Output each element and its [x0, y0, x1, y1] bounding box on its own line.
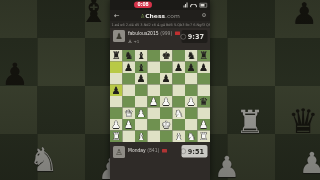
- white-bishop-f1[interactable]: ♝: [173, 131, 186, 143]
- wifi-icon: [190, 4, 197, 8]
- white-knight-f3[interactable]: ♞: [173, 108, 186, 120]
- battery-icon: [200, 3, 208, 8]
- black-bishop-c8[interactable]: ♝: [135, 50, 148, 62]
- square-h6[interactable]: [198, 73, 211, 85]
- square-c5[interactable]: [135, 85, 148, 97]
- player-bottom-flag-icon: [162, 149, 167, 153]
- settings-icon[interactable]: ⚙: [202, 10, 207, 21]
- white-rook-a1[interactable]: ♜: [110, 131, 123, 143]
- player-bottom-row: ♙ Monday (841) 9:51: [110, 144, 210, 159]
- black-pawn-f7[interactable]: ♟: [173, 62, 186, 74]
- square-d3[interactable]: [148, 108, 161, 120]
- square-c1[interactable]: ♝: [135, 131, 148, 143]
- logo-text-suffix: .com: [165, 12, 180, 19]
- square-b1[interactable]: [123, 131, 136, 143]
- square-e8[interactable]: ♚: [160, 50, 173, 62]
- status-icons: [184, 3, 208, 8]
- square-h4[interactable]: ♛: [198, 96, 211, 108]
- square-h7[interactable]: ♟: [198, 62, 211, 74]
- black-king-e8[interactable]: ♚: [160, 50, 173, 62]
- square-e7[interactable]: [160, 62, 173, 74]
- square-f8[interactable]: [173, 50, 186, 62]
- black-queen-h4[interactable]: ♛: [198, 96, 211, 108]
- clock-icon: [180, 34, 186, 40]
- square-g1[interactable]: ♞: [185, 131, 198, 143]
- square-g7[interactable]: ♟: [185, 62, 198, 74]
- square-g2[interactable]: [185, 119, 198, 131]
- square-a6[interactable]: [110, 73, 123, 85]
- square-d4[interactable]: ♟: [148, 96, 161, 108]
- square-d1[interactable]: [148, 131, 161, 143]
- player-bottom-avatar[interactable]: ♙: [113, 146, 125, 158]
- square-e4[interactable]: ♟: [160, 96, 173, 108]
- nav-bar: ← ♙Chess.com ⚙: [110, 10, 210, 21]
- square-h1[interactable]: ♜: [198, 131, 211, 143]
- square-a5[interactable]: ♟: [110, 85, 123, 97]
- square-h5[interactable]: [198, 85, 211, 97]
- move-list[interactable]: 1.e4 e6 2.d4 d5 3.Nd2 c6 4.g4 Bd6 5.Qb3 …: [110, 21, 210, 28]
- square-f1[interactable]: ♝: [173, 131, 186, 143]
- square-a3[interactable]: [110, 108, 123, 120]
- square-c3[interactable]: ♟: [135, 108, 148, 120]
- black-rook-a8[interactable]: ♜: [110, 50, 123, 62]
- black-pawn-e6[interactable]: ♟: [160, 73, 173, 85]
- white-pawn-b2[interactable]: ♟: [123, 119, 136, 131]
- square-g4[interactable]: ♟: [185, 96, 198, 108]
- square-c4[interactable]: [135, 96, 148, 108]
- logo-text: Chess: [145, 12, 165, 19]
- player-top-name[interactable]: fabulous2015 (999): [128, 31, 180, 36]
- square-d2[interactable]: [148, 119, 161, 131]
- square-c7[interactable]: ♝: [135, 62, 148, 74]
- square-b7[interactable]: ♟: [123, 62, 136, 74]
- player-top-captured-pieces: ♙ +1: [128, 39, 139, 44]
- player-bottom-clock: 9:51: [182, 145, 208, 158]
- square-d7[interactable]: [148, 62, 161, 74]
- square-a2[interactable]: ♟: [110, 119, 123, 131]
- square-b6[interactable]: [123, 73, 136, 85]
- player-top-flag-icon: [175, 32, 180, 36]
- white-pawn-c3[interactable]: ♟: [135, 108, 148, 120]
- white-pawn-d4[interactable]: ♟: [148, 96, 161, 108]
- player-top-rating: (999): [160, 31, 172, 36]
- player-top-row: ♟ fabulous2015 (999) ♙ +1 9:37: [110, 28, 210, 49]
- square-a1[interactable]: ♜: [110, 131, 123, 143]
- square-d5[interactable]: [148, 85, 161, 97]
- stage: ♟♝♞♟♟♜♛♟♟ 0:08 ← ♙Chess.com ⚙ 1.e4 e6 2.…: [0, 0, 320, 180]
- white-pawn-h2[interactable]: ♟: [198, 119, 211, 131]
- player-bottom-name[interactable]: Monday (841): [128, 148, 167, 153]
- square-b5[interactable]: [123, 85, 136, 97]
- square-a8[interactable]: ♜: [110, 50, 123, 62]
- player-top-avatar[interactable]: ♟: [113, 30, 125, 42]
- square-d6[interactable]: [148, 73, 161, 85]
- clock-icon: [180, 149, 186, 155]
- black-pawn-b7[interactable]: ♟: [123, 62, 136, 74]
- square-f7[interactable]: ♟: [173, 62, 186, 74]
- square-f4[interactable]: [173, 96, 186, 108]
- white-pawn-g4[interactable]: ♟: [185, 96, 198, 108]
- square-a4[interactable]: [110, 96, 123, 108]
- square-h8[interactable]: ♜: [198, 50, 211, 62]
- square-f2[interactable]: [173, 119, 186, 131]
- square-g3[interactable]: [185, 108, 198, 120]
- white-pawn-e4[interactable]: ♟: [160, 96, 173, 108]
- player-bottom-rating: (841): [147, 148, 159, 153]
- white-pawn-a2[interactable]: ♟: [110, 119, 123, 131]
- chess-board[interactable]: ♜♞♝♚♞♜♟♝♟♟♟♟♟♟♟♟♟♛♛♟♞♟♟♚♟♜♝♝♞♜: [110, 50, 210, 142]
- square-b4[interactable]: [123, 96, 136, 108]
- square-f6[interactable]: [173, 73, 186, 85]
- square-c8[interactable]: ♝: [135, 50, 148, 62]
- square-a7[interactable]: [110, 62, 123, 74]
- captured-pawn-icon: ♙: [128, 39, 132, 44]
- status-bar: 0:08: [110, 0, 210, 10]
- signal-icon: [184, 3, 188, 8]
- black-bishop-c7[interactable]: ♝: [135, 62, 148, 74]
- chesscom-logo: ♙Chess.com: [110, 10, 210, 22]
- square-f5[interactable]: [173, 85, 186, 97]
- white-bishop-c1[interactable]: ♝: [135, 131, 148, 143]
- square-e5[interactable]: [160, 85, 173, 97]
- black-pawn-g7[interactable]: ♟: [185, 62, 198, 74]
- square-h2[interactable]: ♟: [198, 119, 211, 131]
- black-knight-b8[interactable]: ♞: [123, 50, 136, 62]
- black-knight-g8[interactable]: ♞: [185, 50, 198, 62]
- square-g6[interactable]: [185, 73, 198, 85]
- square-g8[interactable]: ♞: [185, 50, 198, 62]
- square-g5[interactable]: [185, 85, 198, 97]
- material-count: +1: [133, 40, 139, 45]
- square-b3[interactable]: ♛: [123, 108, 136, 120]
- screenshot-viewport: ♟♝♞♟♟♜♛♟♟ 0:08 ← ♙Chess.com ⚙ 1.e4 e6 2.…: [0, 0, 320, 180]
- square-b2[interactable]: ♟: [123, 119, 136, 131]
- square-e6[interactable]: ♟: [160, 73, 173, 85]
- square-e2[interactable]: ♚: [160, 119, 173, 131]
- square-f3[interactable]: ♞: [173, 108, 186, 120]
- square-c2[interactable]: [135, 119, 148, 131]
- white-king-e2[interactable]: ♚: [160, 119, 173, 131]
- square-e3[interactable]: [160, 108, 173, 120]
- square-h3[interactable]: [198, 108, 211, 120]
- square-d8[interactable]: [148, 50, 161, 62]
- white-queen-b3[interactable]: ♛: [123, 108, 136, 120]
- black-pawn-h7[interactable]: ♟: [198, 62, 211, 74]
- recording-indicator[interactable]: 0:08: [134, 2, 152, 9]
- square-e1[interactable]: [160, 131, 173, 143]
- player-top-clock: 9:37: [182, 30, 208, 43]
- white-rook-h1[interactable]: ♜: [198, 131, 211, 143]
- black-pawn-a5[interactable]: ♟: [110, 85, 123, 97]
- black-pawn-c6[interactable]: ♟: [135, 73, 148, 85]
- square-c6[interactable]: ♟: [135, 73, 148, 85]
- square-b8[interactable]: ♞: [123, 50, 136, 62]
- white-knight-g1[interactable]: ♞: [185, 131, 198, 143]
- black-rook-h8[interactable]: ♜: [198, 50, 211, 62]
- chess-app-window: 0:08 ← ♙Chess.com ⚙ 1.e4 e6 2.d4 d5 3.Nd…: [110, 0, 210, 180]
